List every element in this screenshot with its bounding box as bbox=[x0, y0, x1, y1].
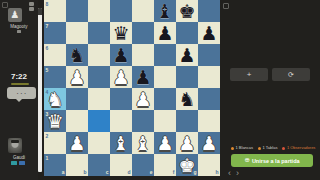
square-d7[interactable]: ♛ bbox=[110, 22, 132, 44]
player-badges bbox=[11, 161, 25, 165]
square-d8[interactable] bbox=[110, 0, 132, 22]
legend-item-3: 1 Observadores bbox=[282, 146, 315, 150]
square-a2[interactable]: 2 bbox=[44, 132, 66, 154]
new-game-button[interactable]: + bbox=[230, 68, 268, 81]
square-b3[interactable] bbox=[66, 110, 88, 132]
piece-black-pawn[interactable]: ♟ bbox=[176, 44, 198, 66]
piece-white-queen[interactable]: ♛ bbox=[44, 110, 66, 132]
square-d1[interactable]: d bbox=[110, 154, 132, 176]
fullscreen-icon[interactable] bbox=[223, 3, 229, 9]
square-e6[interactable] bbox=[132, 44, 154, 66]
square-c8[interactable] bbox=[88, 0, 110, 22]
square-e2[interactable]: ♝ bbox=[132, 132, 154, 154]
menu-icon[interactable] bbox=[2, 2, 8, 8]
next-move-button[interactable]: › bbox=[236, 169, 239, 178]
square-e5[interactable]: ♟ bbox=[132, 66, 154, 88]
square-b8[interactable] bbox=[66, 0, 88, 22]
square-a5[interactable]: 5 bbox=[44, 66, 66, 88]
left-sidebar: ♟ Magooty 7:22 · · · Gaudi bbox=[0, 0, 38, 180]
file-label-d: d bbox=[127, 170, 130, 175]
square-d5[interactable]: ♟ bbox=[110, 66, 132, 88]
square-a6[interactable]: 6 bbox=[44, 44, 66, 66]
piece-white-pawn[interactable]: ♟ bbox=[198, 132, 220, 154]
square-d4[interactable] bbox=[110, 88, 132, 110]
file-label-b: b bbox=[83, 170, 86, 175]
square-c1[interactable]: c bbox=[88, 154, 110, 176]
legend-item-2: 1 Tablas bbox=[258, 146, 277, 150]
square-e7[interactable] bbox=[132, 22, 154, 44]
square-b5[interactable]: ♟ bbox=[66, 66, 88, 88]
square-a4[interactable]: 4♞ bbox=[44, 88, 66, 110]
piece-black-pawn[interactable]: ♟ bbox=[132, 66, 154, 88]
app-window: ♟ Magooty 7:22 · · · Gaudi 8♝♚7♛♟♟6♞♟♟5♟… bbox=[0, 0, 320, 180]
square-g2[interactable]: ♟ bbox=[176, 132, 198, 154]
square-g3[interactable] bbox=[176, 110, 198, 132]
piece-black-queen[interactable]: ♛ bbox=[110, 22, 132, 44]
square-c5[interactable] bbox=[88, 66, 110, 88]
join-icon: ⊕ bbox=[244, 157, 249, 164]
square-g8[interactable]: ♚ bbox=[176, 0, 198, 22]
rank-label-6: 6 bbox=[46, 46, 49, 51]
square-e1[interactable]: e bbox=[132, 154, 154, 176]
chess-board[interactable]: 8♝♚7♛♟♟6♞♟♟5♟♟♟4♞♟♞3♛2♟♝♝♟♟♟1abcdefg♚h bbox=[44, 0, 220, 176]
join-label: Unirse a la partida bbox=[252, 158, 300, 164]
legend-text: 1 Blancas bbox=[236, 146, 254, 150]
square-f5[interactable] bbox=[154, 66, 176, 88]
square-h3[interactable] bbox=[198, 110, 220, 132]
eval-bar-black-portion bbox=[38, 8, 42, 15]
piece-black-pawn[interactable]: ♟ bbox=[110, 44, 132, 66]
piece-white-bishop[interactable]: ♝ bbox=[132, 132, 154, 154]
eval-bar bbox=[38, 8, 42, 172]
square-g5[interactable] bbox=[176, 66, 198, 88]
piece-white-pawn[interactable]: ♟ bbox=[110, 66, 132, 88]
rematch-icon: ⟳ bbox=[288, 71, 294, 79]
legend-dot-icon bbox=[231, 147, 234, 150]
square-h7[interactable]: ♟ bbox=[198, 22, 220, 44]
square-h8[interactable] bbox=[198, 0, 220, 22]
square-c7[interactable] bbox=[88, 22, 110, 44]
square-f3[interactable] bbox=[154, 110, 176, 132]
piece-white-pawn[interactable]: ♟ bbox=[66, 132, 88, 154]
square-b4[interactable] bbox=[66, 88, 88, 110]
square-h6[interactable] bbox=[198, 44, 220, 66]
square-b7[interactable] bbox=[66, 22, 88, 44]
file-label-f: f bbox=[173, 170, 175, 175]
piece-black-pawn[interactable]: ♟ bbox=[198, 22, 220, 44]
square-g6[interactable]: ♟ bbox=[176, 44, 198, 66]
square-e3[interactable] bbox=[132, 110, 154, 132]
piece-white-knight[interactable]: ♞ bbox=[44, 88, 66, 110]
square-h4[interactable] bbox=[198, 88, 220, 110]
battery-icon bbox=[29, 7, 34, 11]
pawn-avatar-icon: ♟ bbox=[11, 10, 20, 20]
square-a8[interactable]: 8 bbox=[44, 0, 66, 22]
square-d6[interactable]: ♟ bbox=[110, 44, 132, 66]
piece-black-pawn[interactable]: ♟ bbox=[154, 22, 176, 44]
signal-icon bbox=[29, 2, 34, 6]
square-f4[interactable] bbox=[154, 88, 176, 110]
piece-white-pawn[interactable]: ♟ bbox=[176, 132, 198, 154]
file-label-h: h bbox=[215, 170, 218, 175]
piece-black-bishop[interactable]: ♝ bbox=[154, 0, 176, 22]
prev-move-button[interactable]: ‹ bbox=[228, 169, 231, 178]
square-h1[interactable]: h bbox=[198, 154, 220, 176]
chat-bubble-text: · · · bbox=[17, 90, 26, 96]
rematch-button[interactable]: ⟳ bbox=[272, 68, 310, 81]
square-d2[interactable]: ♝ bbox=[110, 132, 132, 154]
square-a1[interactable]: 1a bbox=[44, 154, 66, 176]
square-f7[interactable]: ♟ bbox=[154, 22, 176, 44]
join-game-button[interactable]: ⊕ Unirse a la partida bbox=[231, 154, 313, 167]
square-f8[interactable]: ♝ bbox=[154, 0, 176, 22]
square-d3[interactable] bbox=[110, 110, 132, 132]
square-c3[interactable] bbox=[88, 110, 110, 132]
move-navigation: ‹ › bbox=[228, 169, 239, 178]
file-label-c: c bbox=[106, 170, 109, 175]
piece-white-pawn[interactable]: ♟ bbox=[66, 66, 88, 88]
square-h2[interactable]: ♟ bbox=[198, 132, 220, 154]
square-b2[interactable]: ♟ bbox=[66, 132, 88, 154]
rank-label-5: 5 bbox=[46, 68, 49, 73]
legend-text: 1 Tablas bbox=[263, 146, 278, 150]
legend-item-1: 1 Blancas bbox=[231, 146, 253, 150]
file-label-e: e bbox=[150, 170, 153, 175]
player-avatar[interactable] bbox=[8, 138, 22, 153]
plus-icon: + bbox=[247, 71, 252, 79]
opponent-flag-icon bbox=[17, 30, 21, 33]
clock-active-indicator bbox=[11, 83, 29, 85]
rank-label-7: 7 bbox=[46, 24, 49, 29]
square-f1[interactable]: f bbox=[154, 154, 176, 176]
square-f2[interactable]: ♟ bbox=[154, 132, 176, 154]
square-g1[interactable]: g♚ bbox=[176, 154, 198, 176]
player-username: Gaudi bbox=[0, 155, 38, 160]
square-b6[interactable]: ♞ bbox=[66, 44, 88, 66]
opponent-avatar[interactable]: ♟ bbox=[8, 8, 22, 22]
square-e8[interactable] bbox=[132, 0, 154, 22]
game-clock: 7:22 bbox=[0, 72, 38, 81]
vote-legend: 1 Blancas1 Tablas1 Observadores bbox=[231, 146, 317, 150]
piece-white-pawn[interactable]: ♟ bbox=[132, 88, 154, 110]
legend-dot-icon bbox=[258, 147, 261, 150]
piece-black-knight[interactable]: ♞ bbox=[66, 44, 88, 66]
square-c6[interactable] bbox=[88, 44, 110, 66]
rank-label-1: 1 bbox=[46, 156, 49, 161]
piece-black-king[interactable]: ♚ bbox=[176, 0, 198, 22]
player-flag-icon bbox=[11, 161, 17, 165]
square-e4[interactable]: ♟ bbox=[132, 88, 154, 110]
square-g7[interactable] bbox=[176, 22, 198, 44]
opponent-username: Magooty bbox=[0, 24, 38, 29]
piece-white-pawn[interactable]: ♟ bbox=[154, 132, 176, 154]
piece-black-knight[interactable]: ♞ bbox=[176, 88, 198, 110]
square-h5[interactable] bbox=[198, 66, 220, 88]
file-label-a: a bbox=[62, 170, 65, 175]
status-icons bbox=[29, 2, 34, 11]
square-f6[interactable] bbox=[154, 44, 176, 66]
square-a7[interactable]: 7 bbox=[44, 22, 66, 44]
square-a3[interactable]: 3♛ bbox=[44, 110, 66, 132]
chat-bubble[interactable]: · · · bbox=[7, 87, 36, 99]
square-c4[interactable] bbox=[88, 88, 110, 110]
piece-white-bishop[interactable]: ♝ bbox=[110, 132, 132, 154]
rank-label-2: 2 bbox=[46, 134, 49, 139]
legend-text: 1 Observadores bbox=[287, 146, 315, 150]
legend-dot-icon bbox=[282, 147, 285, 150]
square-g4[interactable]: ♞ bbox=[176, 88, 198, 110]
player-title-icon bbox=[19, 161, 25, 165]
piece-white-king[interactable]: ♚ bbox=[176, 154, 198, 176]
rank-label-8: 8 bbox=[46, 2, 49, 7]
square-c2[interactable] bbox=[88, 132, 110, 154]
square-b1[interactable]: b bbox=[66, 154, 88, 176]
